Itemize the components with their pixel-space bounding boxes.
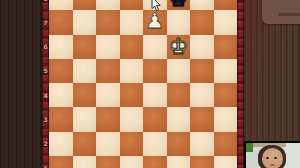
square-d6[interactable] xyxy=(120,35,144,59)
webcam-video xyxy=(246,143,300,168)
black-king[interactable]: ♚ xyxy=(167,0,191,10)
square-f7[interactable] xyxy=(167,10,191,34)
square-c4[interactable] xyxy=(96,83,120,107)
left-wood-background xyxy=(0,0,42,168)
square-f8[interactable]: ♚ xyxy=(167,0,191,10)
square-d8[interactable] xyxy=(120,0,144,10)
square-e7[interactable]: ♟ xyxy=(143,10,167,34)
square-b2[interactable] xyxy=(73,132,97,156)
rank-label-3: 3 xyxy=(42,116,49,123)
square-g6[interactable] xyxy=(190,35,214,59)
square-d7[interactable] xyxy=(120,10,144,34)
square-h3[interactable] xyxy=(214,107,238,131)
presenter-eye xyxy=(274,157,277,159)
webcam-background xyxy=(284,143,300,168)
rank-label-8: 8 xyxy=(42,0,49,2)
side-panel xyxy=(262,0,300,24)
square-f2[interactable] xyxy=(167,132,191,156)
square-a5[interactable] xyxy=(49,59,73,83)
square-c6[interactable] xyxy=(96,35,120,59)
square-d4[interactable] xyxy=(120,83,144,107)
rank-label-7: 7 xyxy=(42,19,49,26)
square-b7[interactable] xyxy=(73,10,97,34)
square-d1[interactable] xyxy=(120,156,144,168)
square-g8[interactable] xyxy=(190,0,214,10)
square-h1[interactable] xyxy=(214,156,238,168)
square-g3[interactable] xyxy=(190,107,214,131)
square-h7[interactable] xyxy=(214,10,238,34)
square-e2[interactable] xyxy=(143,132,167,156)
square-c3[interactable] xyxy=(96,107,120,131)
square-c1[interactable] xyxy=(96,156,120,168)
square-h6[interactable] xyxy=(214,35,238,59)
square-f1[interactable] xyxy=(167,156,191,168)
square-g4[interactable] xyxy=(190,83,214,107)
square-d2[interactable] xyxy=(120,132,144,156)
square-g5[interactable] xyxy=(190,59,214,83)
webcam-overlay xyxy=(244,141,300,168)
square-f5[interactable] xyxy=(167,59,191,83)
square-g2[interactable] xyxy=(190,132,214,156)
square-d5[interactable] xyxy=(120,59,144,83)
square-c7[interactable] xyxy=(96,10,120,34)
square-f6[interactable]: ♚ xyxy=(167,35,191,59)
board-frame-left: 87654321 xyxy=(42,0,49,168)
rank-label-2: 2 xyxy=(42,140,49,147)
rank-label-6: 6 xyxy=(42,43,49,50)
square-b8[interactable] xyxy=(73,0,97,10)
square-g7[interactable] xyxy=(190,10,214,34)
mouse-cursor-icon xyxy=(151,0,162,12)
square-f3[interactable] xyxy=(167,107,191,131)
square-g1[interactable] xyxy=(190,156,214,168)
square-e6[interactable] xyxy=(143,35,167,59)
square-e5[interactable] xyxy=(143,59,167,83)
webcam-green-corner xyxy=(246,143,253,152)
presenter-mouth xyxy=(270,164,275,166)
square-e3[interactable] xyxy=(143,107,167,131)
square-b4[interactable] xyxy=(73,83,97,107)
white-king[interactable]: ♚ xyxy=(167,35,191,59)
square-h2[interactable] xyxy=(214,132,238,156)
square-a2[interactable] xyxy=(49,132,73,156)
square-h8[interactable] xyxy=(214,0,238,10)
square-a1[interactable] xyxy=(49,156,73,168)
square-c2[interactable] xyxy=(96,132,120,156)
square-a8[interactable] xyxy=(49,0,73,10)
square-a7[interactable] xyxy=(49,10,73,34)
rank-label-4: 4 xyxy=(42,92,49,99)
square-a6[interactable] xyxy=(49,35,73,59)
square-b6[interactable] xyxy=(73,35,97,59)
square-f4[interactable] xyxy=(167,83,191,107)
video-frame: 87654321 ♚♟♚ xyxy=(0,0,300,168)
square-c8[interactable] xyxy=(96,0,120,10)
square-e4[interactable] xyxy=(143,83,167,107)
panel-smudge xyxy=(278,13,300,16)
board-frame-right xyxy=(237,0,244,168)
rank-label-1: 1 xyxy=(42,165,49,168)
presenter-eye xyxy=(266,157,269,159)
square-h4[interactable] xyxy=(214,83,238,107)
square-b5[interactable] xyxy=(73,59,97,83)
chess-board[interactable]: ♚♟♚ xyxy=(49,0,237,168)
white-pawn[interactable]: ♟ xyxy=(143,10,167,34)
rank-label-5: 5 xyxy=(42,67,49,74)
square-c5[interactable] xyxy=(96,59,120,83)
square-d3[interactable] xyxy=(120,107,144,131)
presenter-face xyxy=(262,148,283,168)
square-b3[interactable] xyxy=(73,107,97,131)
square-e1[interactable] xyxy=(143,156,167,168)
square-a4[interactable] xyxy=(49,83,73,107)
square-a3[interactable] xyxy=(49,107,73,131)
square-b1[interactable] xyxy=(73,156,97,168)
square-h5[interactable] xyxy=(214,59,238,83)
